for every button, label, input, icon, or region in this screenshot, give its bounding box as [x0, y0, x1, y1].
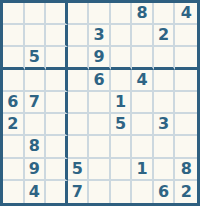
sudoku-cell-r2c6[interactable] [111, 25, 133, 47]
sudoku-cell-r6c8[interactable]: 3 [154, 114, 176, 136]
sudoku-cell-r2c1[interactable] [3, 25, 25, 47]
sudoku-cell-r3c7[interactable] [132, 47, 154, 69]
given-digit: 8 [181, 161, 192, 177]
sudoku-cell-r9c6[interactable] [111, 181, 133, 203]
given-digit: 9 [29, 161, 40, 177]
sudoku-cell-r5c9[interactable] [175, 92, 197, 114]
sudoku-cell-r5c6[interactable]: 1 [111, 92, 133, 114]
sudoku-board: 84325964671253895184762 [0, 0, 200, 206]
sudoku-cell-r6c1[interactable]: 2 [3, 114, 25, 136]
sudoku-cell-r8c8[interactable] [154, 159, 176, 181]
given-digit: 3 [93, 27, 104, 43]
sudoku-cell-r3c1[interactable] [3, 47, 25, 69]
sudoku-cell-r1c1[interactable] [3, 3, 25, 25]
sudoku-cell-r8c3[interactable] [46, 159, 68, 181]
sudoku-cell-r9c5[interactable] [89, 181, 111, 203]
given-digit: 5 [72, 161, 83, 177]
sudoku-cell-r3c9[interactable] [175, 47, 197, 69]
sudoku-cell-r5c7[interactable] [132, 92, 154, 114]
given-digit: 5 [115, 116, 126, 132]
given-digit: 7 [72, 184, 83, 200]
sudoku-cell-r4c1[interactable] [3, 70, 25, 92]
sudoku-cell-r9c7[interactable] [132, 181, 154, 203]
sudoku-cell-r3c4[interactable] [68, 47, 90, 69]
sudoku-cell-r8c6[interactable] [111, 159, 133, 181]
sudoku-cell-r1c3[interactable] [46, 3, 68, 25]
sudoku-cell-r7c6[interactable] [111, 136, 133, 158]
given-digit: 3 [158, 116, 169, 132]
sudoku-cell-r4c2[interactable] [25, 70, 47, 92]
given-digit: 2 [158, 27, 169, 43]
sudoku-cell-r4c5[interactable]: 6 [89, 70, 111, 92]
sudoku-cell-r4c7[interactable]: 4 [132, 70, 154, 92]
sudoku-cell-r9c2[interactable]: 4 [25, 181, 47, 203]
sudoku-cell-r1c7[interactable]: 8 [132, 3, 154, 25]
sudoku-cell-r6c2[interactable] [25, 114, 47, 136]
sudoku-cell-r9c3[interactable] [46, 181, 68, 203]
sudoku-cell-r2c5[interactable]: 3 [89, 25, 111, 47]
sudoku-cell-r2c7[interactable] [132, 25, 154, 47]
sudoku-cell-r1c5[interactable] [89, 3, 111, 25]
sudoku-cell-r2c4[interactable] [68, 25, 90, 47]
sudoku-cell-r7c3[interactable] [46, 136, 68, 158]
sudoku-cell-r8c7[interactable]: 1 [132, 159, 154, 181]
sudoku-cell-r5c4[interactable] [68, 92, 90, 114]
given-digit: 5 [29, 49, 40, 65]
sudoku-cell-r9c9[interactable]: 2 [175, 181, 197, 203]
given-digit: 8 [137, 5, 148, 21]
sudoku-cell-r6c9[interactable] [175, 114, 197, 136]
sudoku-cell-r7c8[interactable] [154, 136, 176, 158]
sudoku-cell-r3c8[interactable] [154, 47, 176, 69]
sudoku-cell-r7c7[interactable] [132, 136, 154, 158]
sudoku-cell-r4c9[interactable] [175, 70, 197, 92]
sudoku-cell-r7c4[interactable] [68, 136, 90, 158]
given-digit: 2 [7, 116, 18, 132]
sudoku-cell-r8c2[interactable]: 9 [25, 159, 47, 181]
sudoku-cell-r7c5[interactable] [89, 136, 111, 158]
sudoku-cell-r1c2[interactable] [25, 3, 47, 25]
given-digit: 4 [137, 72, 148, 88]
sudoku-cell-r6c7[interactable] [132, 114, 154, 136]
sudoku-cell-r9c4[interactable]: 7 [68, 181, 90, 203]
sudoku-cell-r3c2[interactable]: 5 [25, 47, 47, 69]
sudoku-cell-r9c8[interactable]: 6 [154, 181, 176, 203]
sudoku-cell-r7c1[interactable] [3, 136, 25, 158]
sudoku-cell-r2c9[interactable] [175, 25, 197, 47]
sudoku-cell-r1c4[interactable] [68, 3, 90, 25]
sudoku-cell-r3c3[interactable] [46, 47, 68, 69]
given-digit: 6 [158, 184, 169, 200]
sudoku-cell-r5c2[interactable]: 7 [25, 92, 47, 114]
given-digit: 1 [137, 161, 148, 177]
sudoku-cell-r5c5[interactable] [89, 92, 111, 114]
given-digit: 4 [29, 184, 40, 200]
sudoku-cell-r6c4[interactable] [68, 114, 90, 136]
sudoku-cell-r6c5[interactable] [89, 114, 111, 136]
sudoku-cell-r4c6[interactable] [111, 70, 133, 92]
sudoku-cell-r2c3[interactable] [46, 25, 68, 47]
given-digit: 2 [181, 184, 192, 200]
sudoku-cell-r8c4[interactable]: 5 [68, 159, 90, 181]
given-digit: 4 [181, 5, 192, 21]
sudoku-app: 84325964671253895184762 [0, 0, 200, 206]
sudoku-cell-r8c9[interactable]: 8 [175, 159, 197, 181]
sudoku-cell-r9c1[interactable] [3, 181, 25, 203]
sudoku-cell-r5c8[interactable] [154, 92, 176, 114]
sudoku-cell-r6c3[interactable] [46, 114, 68, 136]
sudoku-cell-r8c1[interactable] [3, 159, 25, 181]
sudoku-cell-r5c3[interactable] [46, 92, 68, 114]
sudoku-cell-r1c8[interactable] [154, 3, 176, 25]
sudoku-cell-r2c2[interactable] [25, 25, 47, 47]
given-digit: 1 [115, 94, 126, 110]
sudoku-cell-r6c6[interactable]: 5 [111, 114, 133, 136]
sudoku-cell-r1c9[interactable]: 4 [175, 3, 197, 25]
sudoku-cell-r3c6[interactable] [111, 47, 133, 69]
sudoku-cell-r5c1[interactable]: 6 [3, 92, 25, 114]
given-digit: 8 [29, 138, 40, 154]
given-digit: 9 [93, 49, 104, 65]
given-digit: 6 [93, 72, 104, 88]
sudoku-cell-r1c6[interactable] [111, 3, 133, 25]
sudoku-cell-r3c5[interactable]: 9 [89, 47, 111, 69]
sudoku-cell-r4c8[interactable] [154, 70, 176, 92]
sudoku-cell-r4c3[interactable] [46, 70, 68, 92]
sudoku-cell-r7c2[interactable]: 8 [25, 136, 47, 158]
given-digit: 6 [7, 94, 18, 110]
sudoku-cell-r4c4[interactable] [68, 70, 90, 92]
sudoku-cell-r2c8[interactable]: 2 [154, 25, 176, 47]
sudoku-cell-r7c9[interactable] [175, 136, 197, 158]
sudoku-cell-r8c5[interactable] [89, 159, 111, 181]
given-digit: 7 [29, 94, 40, 110]
